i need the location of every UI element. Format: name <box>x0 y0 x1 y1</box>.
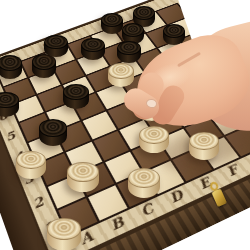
rank-label-5: 5 <box>0 127 23 147</box>
light-piece-e6[interactable] <box>108 63 133 87</box>
dark-piece-c8[interactable] <box>44 35 68 57</box>
dark-piece-a6[interactable] <box>0 92 19 117</box>
photo-scene: ABCDEFGH12345678 <box>0 0 250 250</box>
file-label-g: G <box>246 149 250 171</box>
dark-piece-c6[interactable] <box>63 84 90 109</box>
dark-piece-d8[interactable] <box>81 38 105 60</box>
dark-piece-a8[interactable] <box>0 55 22 78</box>
dark-piece-e8[interactable] <box>101 13 123 34</box>
light-piece-a4[interactable] <box>16 151 47 180</box>
square-c4[interactable] <box>82 111 117 139</box>
light-piece-a1[interactable] <box>47 218 82 250</box>
file-label-f: F <box>219 161 248 184</box>
dark-piece-e7[interactable] <box>117 41 141 63</box>
light-piece-f2[interactable] <box>189 132 218 160</box>
dark-piece-b5[interactable] <box>39 119 68 146</box>
file-label-c: C <box>134 199 162 224</box>
light-piece-b2[interactable] <box>67 162 98 191</box>
light-piece-e3[interactable] <box>139 126 168 153</box>
light-piece-c1[interactable] <box>128 168 160 198</box>
square-c3[interactable] <box>93 131 129 161</box>
rank-label-2: 2 <box>26 192 52 216</box>
file-label-b: B <box>104 212 132 238</box>
dark-piece-b8[interactable] <box>32 54 57 77</box>
file-label-d: D <box>163 186 191 210</box>
